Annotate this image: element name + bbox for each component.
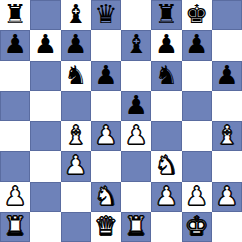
square-g7[interactable]: ♟ — [182, 30, 212, 60]
piece-white-bishop: ♝ — [64, 122, 87, 148]
square-e6[interactable] — [121, 61, 151, 91]
square-d4[interactable]: ♟ — [91, 121, 121, 151]
piece-white-king: ♚ — [185, 213, 208, 239]
square-h6[interactable]: ♟ — [212, 61, 242, 91]
square-h5[interactable] — [212, 91, 242, 121]
square-b4[interactable] — [30, 121, 60, 151]
square-d1[interactable]: ♛ — [91, 212, 121, 242]
piece-black-pawn: ♟ — [185, 31, 208, 57]
square-a5[interactable] — [0, 91, 30, 121]
square-e7[interactable]: ♝ — [121, 30, 151, 60]
piece-white-bishop: ♝ — [215, 122, 238, 148]
square-d3[interactable] — [91, 151, 121, 181]
piece-white-pawn: ♟ — [185, 183, 208, 209]
square-a1[interactable]: ♜ — [0, 212, 30, 242]
square-c3[interactable]: ♟ — [61, 151, 91, 181]
piece-black-queen: ♛ — [94, 1, 117, 27]
piece-white-knight: ♞ — [155, 152, 178, 178]
piece-black-rook: ♜ — [3, 1, 26, 27]
square-c7[interactable]: ♟ — [61, 30, 91, 60]
square-a8[interactable]: ♜ — [0, 0, 30, 30]
square-d8[interactable]: ♛ — [91, 0, 121, 30]
piece-black-pawn: ♟ — [215, 62, 238, 88]
square-b5[interactable] — [30, 91, 60, 121]
piece-black-pawn: ♟ — [155, 31, 178, 57]
square-g5[interactable] — [182, 91, 212, 121]
square-b8[interactable] — [30, 0, 60, 30]
square-f2[interactable]: ♟ — [151, 182, 181, 212]
square-a6[interactable] — [0, 61, 30, 91]
square-f1[interactable] — [151, 212, 181, 242]
square-e3[interactable] — [121, 151, 151, 181]
piece-white-rook: ♜ — [124, 213, 147, 239]
square-g3[interactable] — [182, 151, 212, 181]
square-g2[interactable]: ♟ — [182, 182, 212, 212]
piece-white-queen: ♛ — [94, 213, 117, 239]
piece-black-bishop: ♝ — [64, 1, 87, 27]
square-a7[interactable]: ♟ — [0, 30, 30, 60]
square-g6[interactable] — [182, 61, 212, 91]
piece-black-rook: ♜ — [155, 1, 178, 27]
square-f7[interactable]: ♟ — [151, 30, 181, 60]
square-f8[interactable]: ♜ — [151, 0, 181, 30]
square-h4[interactable]: ♝ — [212, 121, 242, 151]
square-e4[interactable]: ♟ — [121, 121, 151, 151]
square-a3[interactable] — [0, 151, 30, 181]
square-h8[interactable] — [212, 0, 242, 30]
square-f6[interactable]: ♞ — [151, 61, 181, 91]
square-h3[interactable] — [212, 151, 242, 181]
square-h7[interactable] — [212, 30, 242, 60]
piece-white-pawn: ♟ — [94, 122, 117, 148]
square-d2[interactable]: ♞ — [91, 182, 121, 212]
piece-black-king: ♚ — [185, 1, 208, 27]
piece-black-knight: ♞ — [64, 62, 87, 88]
square-h1[interactable] — [212, 212, 242, 242]
piece-white-pawn: ♟ — [124, 122, 147, 148]
chess-board: ♜♝♛♜♚♟♟♟♝♟♟♞♟♞♟♟♝♟♟♝♟♞♟♞♟♟♟♜♛♜♚ — [0, 0, 242, 242]
piece-black-pawn: ♟ — [3, 31, 26, 57]
square-c2[interactable] — [61, 182, 91, 212]
square-d5[interactable] — [91, 91, 121, 121]
square-c6[interactable]: ♞ — [61, 61, 91, 91]
square-c8[interactable]: ♝ — [61, 0, 91, 30]
square-d6[interactable]: ♟ — [91, 61, 121, 91]
piece-white-pawn: ♟ — [215, 183, 238, 209]
square-g8[interactable]: ♚ — [182, 0, 212, 30]
square-f4[interactable] — [151, 121, 181, 151]
square-g4[interactable] — [182, 121, 212, 151]
square-b2[interactable] — [30, 182, 60, 212]
square-d7[interactable] — [91, 30, 121, 60]
piece-white-pawn: ♟ — [155, 183, 178, 209]
square-a2[interactable]: ♟ — [0, 182, 30, 212]
square-b3[interactable] — [30, 151, 60, 181]
square-c1[interactable] — [61, 212, 91, 242]
square-b1[interactable] — [30, 212, 60, 242]
square-e5[interactable]: ♟ — [121, 91, 151, 121]
square-h2[interactable]: ♟ — [212, 182, 242, 212]
square-b6[interactable] — [30, 61, 60, 91]
square-a4[interactable] — [0, 121, 30, 151]
square-e2[interactable] — [121, 182, 151, 212]
square-g1[interactable]: ♚ — [182, 212, 212, 242]
piece-white-pawn: ♟ — [64, 152, 87, 178]
piece-white-knight: ♞ — [94, 183, 117, 209]
square-e1[interactable]: ♜ — [121, 212, 151, 242]
piece-black-pawn: ♟ — [94, 62, 117, 88]
square-e8[interactable] — [121, 0, 151, 30]
square-c5[interactable] — [61, 91, 91, 121]
square-c4[interactable]: ♝ — [61, 121, 91, 151]
square-f5[interactable] — [151, 91, 181, 121]
piece-white-pawn: ♟ — [3, 183, 26, 209]
square-f3[interactable]: ♞ — [151, 151, 181, 181]
piece-black-bishop: ♝ — [124, 31, 147, 57]
piece-black-pawn: ♟ — [124, 92, 147, 118]
square-b7[interactable]: ♟ — [30, 30, 60, 60]
piece-black-pawn: ♟ — [34, 31, 57, 57]
piece-black-pawn: ♟ — [64, 31, 87, 57]
piece-white-rook: ♜ — [3, 213, 26, 239]
piece-black-knight: ♞ — [155, 62, 178, 88]
